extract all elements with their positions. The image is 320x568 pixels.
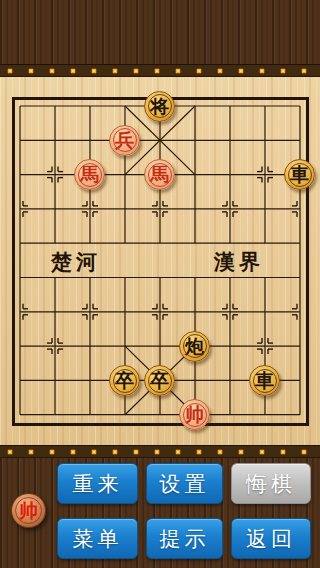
bottom-stud-strip xyxy=(0,445,320,458)
piece-black-soldier[interactable]: 卒 xyxy=(144,365,175,396)
undo-button[interactable]: 悔棋 xyxy=(231,463,311,504)
piece-black-chariot[interactable]: 車 xyxy=(249,365,280,396)
menu-button[interactable]: 菜单 xyxy=(57,518,138,559)
top-stud-strip xyxy=(0,64,320,77)
hint-button[interactable]: 提示 xyxy=(146,518,223,559)
piece-black-general[interactable]: 将 xyxy=(144,91,175,122)
piece-black-chariot[interactable]: 車 xyxy=(284,159,315,190)
restart-button[interactable]: 重来 xyxy=(57,463,138,504)
xiangqi-app-screen: 楚河 漢界 将兵馬馬車炮卒卒車帅 帅 重来 设置 悔棋 菜单 提示 返回 xyxy=(0,0,320,568)
piece-black-cannon[interactable]: 炮 xyxy=(179,331,210,362)
settings-button[interactable]: 设置 xyxy=(146,463,223,504)
piece-black-soldier[interactable]: 卒 xyxy=(109,365,140,396)
piece-grid: 将兵馬馬車炮卒卒車帅 xyxy=(2,89,317,432)
piece-red-horse[interactable]: 馬 xyxy=(74,159,105,190)
piece-red-general[interactable]: 帅 xyxy=(179,399,210,430)
turn-indicator-red-general: 帅 xyxy=(11,493,46,528)
piece-red-soldier[interactable]: 兵 xyxy=(109,125,140,156)
back-button[interactable]: 返回 xyxy=(231,518,311,559)
piece-red-horse[interactable]: 馬 xyxy=(144,159,175,190)
